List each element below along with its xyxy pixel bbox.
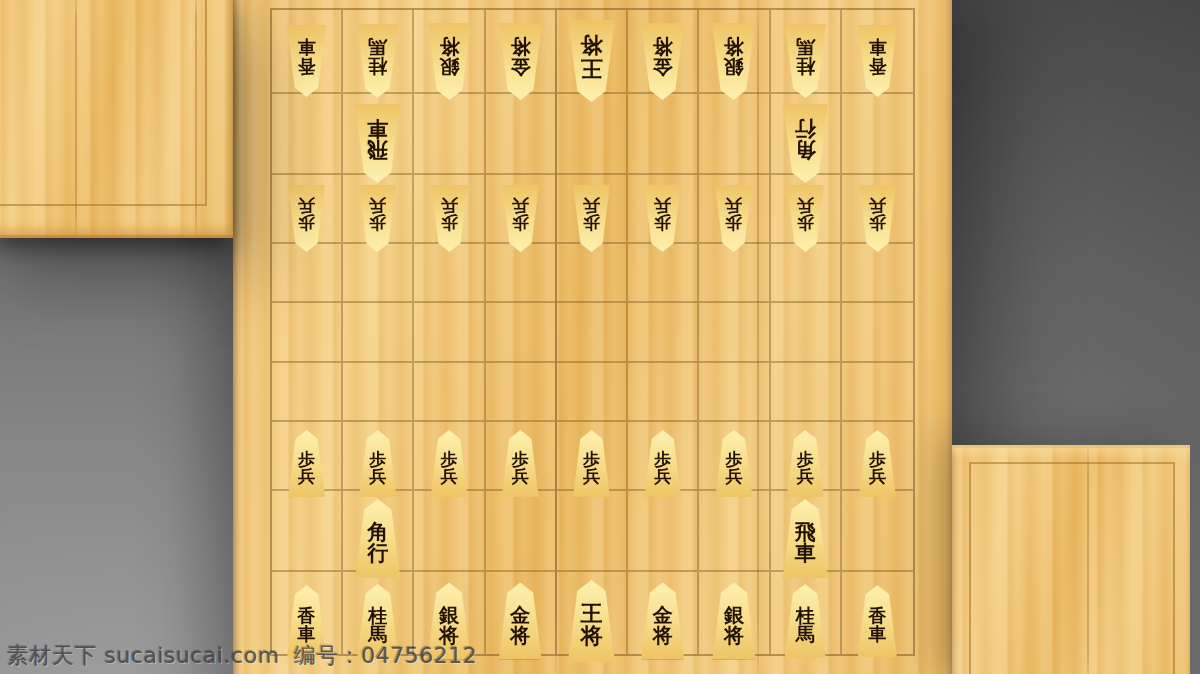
piece-kanji: 馬 — [796, 37, 815, 56]
piece-gote-pawn[interactable]: 歩兵 — [573, 185, 610, 252]
board-grid: 香車桂馬銀将金将王将金将銀将桂馬香車飛車角行歩兵歩兵歩兵歩兵歩兵歩兵歩兵歩兵歩兵… — [270, 8, 915, 656]
board-cell[interactable] — [414, 491, 485, 572]
piece-kanji: 将 — [653, 36, 673, 56]
piece-kanji: 飛 — [795, 522, 816, 543]
piece-sente-pawn[interactable]: 歩兵 — [359, 430, 396, 497]
board-cell[interactable] — [343, 244, 414, 303]
piece-kanji: 香 — [298, 57, 316, 75]
piece-kanji: 車 — [298, 38, 316, 56]
board-cell[interactable] — [414, 363, 485, 422]
board-cell[interactable] — [343, 363, 414, 422]
board-cell[interactable] — [486, 491, 557, 572]
board-cell[interactable] — [699, 303, 770, 362]
board-cell[interactable] — [486, 244, 557, 303]
piece-sente-silver[interactable]: 銀将 — [712, 582, 755, 659]
piece-kanji: 香 — [868, 57, 886, 75]
board-cell[interactable] — [628, 363, 699, 422]
board-cell[interactable] — [771, 244, 842, 303]
board-cell[interactable]: 歩兵 — [628, 175, 699, 244]
piece-gote-knight[interactable]: 桂馬 — [357, 24, 398, 98]
piece-kanji: 行 — [795, 118, 816, 139]
piece-kanji: 兵 — [369, 468, 386, 485]
piece-gote-gold[interactable]: 金将 — [499, 23, 542, 100]
board-cell[interactable] — [557, 363, 628, 422]
piece-kanji: 歩 — [654, 214, 671, 231]
piece-kanji: 銀 — [724, 605, 744, 625]
piece-gote-knight[interactable]: 桂馬 — [785, 24, 826, 98]
board-cell[interactable] — [842, 244, 913, 303]
piece-kanji: 将 — [724, 36, 744, 56]
board-cell[interactable] — [842, 303, 913, 362]
piece-kanji: 歩 — [441, 214, 458, 231]
board-cell[interactable]: 歩兵 — [486, 422, 557, 491]
piece-kanji: 将 — [439, 36, 459, 56]
piece-gote-pawn[interactable]: 歩兵 — [431, 185, 468, 252]
board-cell[interactable]: 銀将 — [699, 10, 770, 94]
shogi-board: 香車桂馬銀将金将王将金将銀将桂馬香車飛車角行歩兵歩兵歩兵歩兵歩兵歩兵歩兵歩兵歩兵… — [233, 0, 952, 674]
board-cell[interactable] — [842, 491, 913, 572]
piece-kanji: 香 — [868, 607, 886, 625]
board-cell[interactable] — [343, 303, 414, 362]
board-cell[interactable]: 香車 — [842, 10, 913, 94]
piece-kanji: 歩 — [512, 214, 529, 231]
piece-kanji: 金 — [653, 57, 673, 77]
piece-kanji: 車 — [367, 118, 388, 139]
piece-sente-gold[interactable]: 金将 — [499, 582, 542, 659]
piece-kanji: 将 — [510, 625, 530, 645]
piece-kanji: 将 — [510, 36, 530, 56]
piece-kanji: 兵 — [654, 468, 671, 485]
piece-kanji: 行 — [367, 543, 388, 564]
piece-kanji: 角 — [367, 522, 388, 543]
board-cell[interactable] — [414, 244, 485, 303]
piece-kanji: 兵 — [797, 468, 814, 485]
piece-sente-pawn[interactable]: 歩兵 — [644, 430, 681, 497]
piece-kanji: 馬 — [368, 37, 387, 56]
piece-kanji: 歩 — [298, 214, 315, 231]
komadai-bottom-right[interactable] — [952, 445, 1190, 674]
piece-sente-knight[interactable]: 桂馬 — [785, 584, 826, 658]
board-cell[interactable] — [557, 94, 628, 175]
piece-kanji: 銀 — [439, 57, 459, 77]
board-cell[interactable] — [628, 491, 699, 572]
piece-kanji: 飛 — [367, 139, 388, 160]
board-cell[interactable] — [842, 363, 913, 422]
piece-sente-pawn[interactable]: 歩兵 — [288, 430, 325, 497]
piece-kanji: 兵 — [869, 468, 886, 485]
board-cell[interactable]: 歩兵 — [699, 175, 770, 244]
piece-kanji: 馬 — [796, 625, 815, 644]
piece-kanji: 兵 — [583, 468, 600, 485]
piece-kanji: 兵 — [725, 468, 742, 485]
piece-kanji: 兵 — [298, 197, 315, 214]
komadai-top-left[interactable] — [0, 0, 233, 238]
piece-kanji: 車 — [868, 38, 886, 56]
piece-gote-pawn[interactable]: 歩兵 — [359, 185, 396, 252]
piece-kanji: 歩 — [797, 214, 814, 231]
board-cell[interactable] — [557, 491, 628, 572]
piece-kanji: 兵 — [441, 197, 458, 214]
piece-kanji: 歩 — [725, 214, 742, 231]
wood-seam — [1087, 445, 1089, 674]
board-cell[interactable]: 飛車 — [343, 94, 414, 175]
piece-kanji: 歩 — [869, 214, 886, 231]
board-cell[interactable] — [272, 94, 343, 175]
board-cell[interactable]: 歩兵 — [272, 175, 343, 244]
board-cell[interactable]: 歩兵 — [486, 175, 557, 244]
piece-sente-pawn[interactable]: 歩兵 — [715, 430, 752, 497]
board-cell[interactable] — [628, 244, 699, 303]
piece-sente-gold[interactable]: 金将 — [641, 582, 684, 659]
piece-sente-lance[interactable]: 香車 — [858, 585, 897, 657]
watermark-id: 编号：04756212 — [294, 643, 477, 668]
board-cell[interactable]: 歩兵 — [272, 422, 343, 491]
piece-gote-pawn[interactable]: 歩兵 — [787, 185, 824, 252]
board-cell[interactable]: 歩兵 — [557, 175, 628, 244]
komadai-inset-border — [0, 0, 207, 206]
board-cell[interactable]: 銀将 — [699, 572, 770, 654]
board-cell[interactable] — [272, 303, 343, 362]
piece-sente-pawn[interactable]: 歩兵 — [787, 430, 824, 497]
board-cell[interactable] — [699, 244, 770, 303]
board-cell[interactable]: 角行 — [771, 94, 842, 175]
piece-kanji: 桂 — [796, 606, 815, 625]
board-cell[interactable]: 桂馬 — [771, 572, 842, 654]
piece-gote-king[interactable]: 王将 — [568, 20, 615, 102]
piece-kanji: 金 — [510, 605, 530, 625]
piece-kanji: 将 — [724, 625, 744, 645]
piece-kanji: 車 — [795, 543, 816, 564]
board-cell[interactable] — [699, 491, 770, 572]
piece-gote-pawn[interactable]: 歩兵 — [288, 185, 325, 252]
piece-kanji: 兵 — [512, 468, 529, 485]
piece-gote-lance[interactable]: 香車 — [858, 25, 897, 97]
board-cell[interactable]: 金将 — [628, 10, 699, 94]
board-cell[interactable]: 歩兵 — [343, 175, 414, 244]
piece-kanji: 兵 — [441, 468, 458, 485]
piece-sente-pawn[interactable]: 歩兵 — [859, 430, 896, 497]
piece-kanji: 桂 — [368, 57, 387, 76]
board-cell[interactable] — [486, 363, 557, 422]
board-cell[interactable]: 歩兵 — [699, 422, 770, 491]
piece-gote-rook[interactable]: 飛車 — [355, 104, 400, 183]
piece-gote-pawn[interactable]: 歩兵 — [715, 185, 752, 252]
piece-kanji: 兵 — [369, 197, 386, 214]
board-cell[interactable] — [699, 94, 770, 175]
watermark: 素材天下 sucaisucai.com编号：04756212 — [7, 641, 477, 671]
piece-gote-silver[interactable]: 銀将 — [428, 23, 471, 100]
piece-kanji: 金 — [510, 57, 530, 77]
board-cell[interactable]: 歩兵 — [343, 422, 414, 491]
piece-gote-pawn[interactable]: 歩兵 — [644, 185, 681, 252]
board-cell[interactable] — [486, 303, 557, 362]
piece-kanji: 将 — [580, 34, 602, 56]
piece-sente-rook[interactable]: 飛車 — [783, 499, 828, 578]
piece-sente-pawn[interactable]: 歩兵 — [431, 430, 468, 497]
piece-sente-pawn[interactable]: 歩兵 — [573, 430, 610, 497]
board-cell[interactable]: 金将 — [486, 572, 557, 654]
board-cell[interactable]: 歩兵 — [771, 175, 842, 244]
board-cell[interactable]: 歩兵 — [842, 422, 913, 491]
piece-gote-bishop[interactable]: 角行 — [783, 104, 828, 183]
piece-kanji: 兵 — [797, 197, 814, 214]
piece-kanji: 王 — [580, 603, 602, 625]
board-cell[interactable]: 金将 — [486, 10, 557, 94]
board-cell[interactable]: 王将 — [557, 572, 628, 654]
board-cell[interactable]: 桂馬 — [771, 10, 842, 94]
piece-gote-gold[interactable]: 金将 — [641, 23, 684, 100]
board-cell[interactable] — [557, 244, 628, 303]
piece-kanji: 車 — [868, 625, 886, 643]
piece-kanji: 桂 — [796, 57, 815, 76]
piece-gote-pawn[interactable]: 歩兵 — [859, 185, 896, 252]
piece-kanji: 角 — [795, 139, 816, 160]
piece-kanji: 金 — [653, 605, 673, 625]
piece-sente-bishop[interactable]: 角行 — [355, 499, 400, 578]
wood-seam — [195, 0, 197, 238]
piece-kanji: 香 — [298, 607, 316, 625]
piece-kanji: 将 — [580, 625, 602, 647]
piece-gote-lance[interactable]: 香車 — [287, 25, 326, 97]
board-cell[interactable]: 歩兵 — [557, 422, 628, 491]
board-cell[interactable] — [414, 94, 485, 175]
board-cell[interactable]: 金将 — [628, 572, 699, 654]
board-cell[interactable] — [842, 94, 913, 175]
board-cell[interactable] — [699, 363, 770, 422]
board-cell[interactable] — [771, 363, 842, 422]
board-cell[interactable] — [628, 94, 699, 175]
board-cell[interactable] — [272, 363, 343, 422]
board-cell[interactable]: 香車 — [272, 10, 343, 94]
watermark-site: 素材天下 sucaisucai.com — [7, 643, 280, 668]
piece-kanji: 兵 — [654, 197, 671, 214]
board-cell[interactable]: 歩兵 — [628, 422, 699, 491]
piece-kanji: 歩 — [583, 214, 600, 231]
board-cell[interactable]: 香車 — [842, 572, 913, 654]
board-cell[interactable] — [414, 303, 485, 362]
board-cell[interactable] — [628, 303, 699, 362]
board-cell[interactable]: 歩兵 — [414, 175, 485, 244]
piece-kanji: 王 — [580, 57, 602, 79]
piece-gote-pawn[interactable]: 歩兵 — [502, 185, 539, 252]
piece-kanji: 歩 — [369, 214, 386, 231]
board-cell[interactable] — [557, 303, 628, 362]
piece-kanji: 兵 — [583, 197, 600, 214]
board-cell[interactable]: 歩兵 — [842, 175, 913, 244]
wood-seam — [75, 0, 77, 238]
piece-kanji: 銀 — [724, 57, 744, 77]
board-cell[interactable]: 角行 — [343, 491, 414, 572]
piece-sente-pawn[interactable]: 歩兵 — [502, 430, 539, 497]
board-cell[interactable]: 銀将 — [414, 10, 485, 94]
board-cell[interactable] — [272, 491, 343, 572]
board-cell[interactable]: 桂馬 — [343, 10, 414, 94]
piece-gote-silver[interactable]: 銀将 — [712, 23, 755, 100]
piece-kanji: 兵 — [869, 197, 886, 214]
scene: 香車桂馬銀将金将王将金将銀将桂馬香車飛車角行歩兵歩兵歩兵歩兵歩兵歩兵歩兵歩兵歩兵… — [0, 0, 1200, 674]
piece-sente-king[interactable]: 王将 — [568, 580, 615, 662]
piece-kanji: 兵 — [512, 197, 529, 214]
piece-kanji: 兵 — [725, 197, 742, 214]
board-cell[interactable] — [771, 303, 842, 362]
piece-kanji: 兵 — [298, 468, 315, 485]
piece-kanji: 銀 — [439, 605, 459, 625]
board-cell[interactable]: 歩兵 — [771, 422, 842, 491]
board-cell[interactable]: 飛車 — [771, 491, 842, 572]
board-cell[interactable]: 王将 — [557, 10, 628, 94]
komadai-inset-border — [969, 462, 1175, 674]
board-cell[interactable] — [272, 244, 343, 303]
piece-kanji: 将 — [653, 625, 673, 645]
piece-kanji: 桂 — [368, 606, 387, 625]
board-cell[interactable] — [486, 94, 557, 175]
board-cell[interactable]: 歩兵 — [414, 422, 485, 491]
